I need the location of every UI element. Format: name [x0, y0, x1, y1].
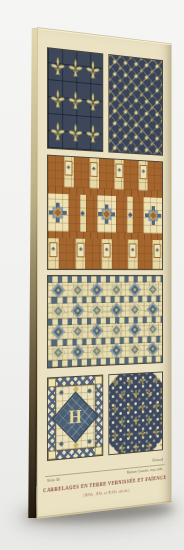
fleur-de-lis-icon [132, 441, 140, 453]
fleur-de-lis-icon [84, 119, 101, 147]
print-front-face: H Roland Série 56 Maison Quantin, imp.-é… [37, 27, 172, 519]
cream-ornament-tile [127, 240, 137, 269]
fleur-de-lis-icon [49, 84, 67, 113]
mosaic-diamond-unit [48, 283, 68, 297]
mosaic-diamond-unit [107, 283, 126, 297]
fleur-de-lis-icon [152, 373, 160, 385]
brown-tile-block [137, 240, 152, 269]
mosaic-diamond-unit [68, 303, 88, 317]
cross-medallion-tile [48, 193, 68, 232]
fleur-de-lis-icon [152, 426, 160, 438]
fleur-de-lis-icon [49, 117, 67, 146]
chequer-band-top [48, 156, 162, 191]
cream-ornament-tile [114, 160, 124, 190]
brown-tile-block [86, 239, 102, 269]
panel-lattice [108, 54, 163, 156]
brown-tile-block [99, 159, 114, 189]
fleur-de-lis-icon [111, 429, 119, 441]
mosaic-diamond-unit [87, 303, 106, 317]
fleur-de-lis-icon [125, 402, 133, 414]
fleur-de-lis-icon [125, 375, 133, 387]
panel-checker-medallions [47, 155, 163, 271]
mosaic-diamond-unit [126, 303, 144, 317]
fleur-de-lis-icon [152, 400, 160, 412]
mosaic-diamond-unit [48, 325, 68, 340]
mosaic-diamond-unit [87, 324, 106, 338]
fleur-de-lis-icon [125, 428, 133, 440]
brown-tile-block [48, 156, 64, 187]
mosaic-diamond-unit [68, 283, 88, 297]
fleur-de-lis-icon [111, 376, 119, 388]
mosaic-diamond-unit [68, 345, 88, 360]
fleur-de-lis-icon [49, 52, 67, 82]
fleur-de-lis-icon [84, 87, 101, 116]
small-cream-tile [127, 196, 133, 233]
mosaic-diamond-unit [87, 344, 106, 359]
mosaic-diamond-unit [126, 343, 144, 357]
small-cream-tile [80, 194, 86, 232]
mosaic-diamond-unit [68, 324, 88, 339]
corner-diamond-mark [59, 390, 64, 396]
cream-ornament-tile [138, 161, 147, 190]
fleur-de-lis-icon [118, 442, 126, 454]
border-corner-square [48, 450, 56, 460]
panel-fleur-diamond [108, 371, 163, 455]
brown-tile-block [59, 239, 75, 269]
cross-medallion-tile [97, 195, 116, 233]
mosaic-diamond-unit [48, 304, 68, 318]
border-corner-square [95, 446, 103, 455]
cream-ornament-tile [75, 239, 85, 269]
fleur-de-lis-icon [159, 439, 163, 451]
brown-tile-block [124, 160, 139, 190]
product-photo-scene: H Roland Série 56 Maison Quantin, imp.-é… [0, 0, 184, 550]
panel-mosaic-band [47, 275, 163, 369]
fleur-de-lis-icon [67, 86, 85, 115]
brown-tile-block [116, 196, 127, 233]
plate-number-label: Série 56 [47, 478, 60, 483]
fleur-de-lis-icon [132, 414, 140, 426]
chequer-band-bottom [48, 239, 162, 270]
mosaic-diamond-unit [144, 322, 162, 336]
mosaic-diamond-unit [107, 323, 126, 337]
mosaic-diamond-row [48, 282, 162, 297]
fleur-de-lis-icon [67, 54, 85, 83]
mosaic-diamond-unit [144, 342, 162, 356]
fleur-tile-cells [49, 49, 102, 150]
fleur-de-lis-icon [159, 412, 163, 424]
cream-ornament-tile [64, 157, 74, 188]
corner-diamond-mark [59, 441, 64, 447]
mosaic-diamond-unit [126, 323, 144, 337]
fleur-de-lis-icon [118, 389, 126, 401]
brown-tile-block [148, 161, 162, 191]
plate-pattern-block: H Roland Série 56 Maison Quantin, imp.-é… [47, 47, 163, 505]
brown-tile-block [74, 157, 89, 188]
fleur-de-lis-icon [118, 415, 126, 427]
brown-tile-block [86, 195, 97, 233]
monogram-lozenge: H [52, 392, 98, 443]
monogram-field: H [55, 384, 95, 452]
border-corner-square [95, 376, 103, 385]
mosaic-diamond-unit [144, 302, 162, 316]
brown-tile-block [133, 196, 143, 233]
fleur-de-lis-icon [139, 374, 147, 386]
cream-ornament-tile [48, 239, 59, 269]
cross-medallion-tile [144, 197, 163, 234]
mosaic-diamond-unit [144, 282, 162, 296]
fleur-de-lis-icon [145, 413, 153, 425]
cream-ornament-tile [102, 239, 112, 269]
mosaic-diamond-row [48, 302, 162, 318]
fleur-de-lis-icon [139, 401, 147, 413]
fleur-de-lis-icon [84, 56, 101, 85]
chequer-band-middle [48, 193, 162, 234]
corner-diamond-mark [87, 388, 92, 394]
mosaic-diamond-unit [107, 303, 126, 317]
monogram-letter: H [69, 406, 82, 429]
mosaic-diamond-unit [107, 344, 126, 358]
mosaic-diamond-unit [48, 346, 68, 361]
mosaic-diamond-unit [126, 282, 144, 296]
fleur-de-lis-icon [159, 386, 163, 398]
fleur-de-lis-icon [67, 118, 85, 147]
fleur-de-lis-icon [145, 387, 153, 399]
mosaic-diamond-unit [87, 283, 106, 297]
fleur-de-lis-icon [132, 388, 140, 400]
panel-fleur-tiles [47, 47, 103, 152]
fleur-de-lis-icon [145, 440, 153, 452]
cream-ornament-tile [89, 158, 99, 188]
brown-tile-block [68, 194, 79, 232]
fleur-de-lis-icon [139, 427, 147, 439]
brown-tile-block [112, 240, 128, 270]
fleur-de-lis-icon [111, 402, 119, 414]
panel-monogram: H [47, 375, 103, 462]
corner-diamond-mark [87, 439, 92, 445]
cream-ornament-tile [152, 240, 162, 269]
